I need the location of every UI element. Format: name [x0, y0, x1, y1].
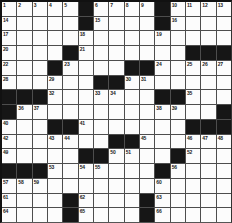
cell-r8-c4[interactable]	[48, 105, 62, 119]
cell-r13-c11[interactable]: 60	[155, 179, 169, 193]
cell-r3-c1[interactable]: 17	[2, 31, 16, 45]
clue-number-21: 21	[80, 46, 85, 52]
cell-r3-c4[interactable]	[48, 31, 62, 45]
cell-r3-c2[interactable]	[17, 31, 31, 45]
cell-r11-c5[interactable]	[63, 149, 77, 163]
cell-r2-c9[interactable]	[125, 17, 139, 31]
clue-number-20: 20	[3, 46, 8, 52]
clue-number-15: 15	[95, 17, 100, 23]
cell-r15-c11[interactable]: 66	[155, 208, 169, 222]
clue-number-63: 63	[156, 194, 161, 200]
cell-r7-c11	[155, 90, 169, 104]
cell-r9-c12[interactable]	[171, 120, 185, 134]
clue-number-48: 48	[218, 135, 223, 141]
cell-r8-c15	[217, 105, 231, 119]
cell-r11-c8[interactable]: 50	[109, 149, 123, 163]
cell-r10-c3[interactable]	[33, 135, 47, 149]
cell-r10-c13[interactable]: 46	[186, 135, 200, 149]
cell-r3-c13[interactable]	[186, 31, 200, 45]
clue-number-61: 61	[3, 194, 8, 200]
clue-number-14: 14	[3, 17, 8, 23]
cell-r2-c2[interactable]	[17, 17, 31, 31]
cell-r15-c3[interactable]	[33, 208, 47, 222]
cell-r1-c7[interactable]: 6	[94, 2, 108, 16]
cell-r5-c1[interactable]: 22	[2, 61, 16, 75]
clue-number-62: 62	[80, 194, 85, 200]
cell-r15-c2[interactable]	[17, 208, 31, 222]
clue-number-32: 32	[49, 90, 54, 96]
clue-number-27: 27	[218, 61, 223, 67]
cell-r3-c15[interactable]	[217, 31, 231, 45]
cell-r12-c11	[155, 164, 169, 178]
cell-r13-c13[interactable]	[186, 179, 200, 193]
cell-r7-c3	[33, 90, 47, 104]
cell-r5-c15[interactable]: 27	[217, 61, 231, 75]
cell-r7-c10[interactable]	[140, 90, 154, 104]
cell-r12-c2	[17, 164, 31, 178]
cell-r14-c1[interactable]: 61	[2, 194, 16, 208]
cell-r12-c3	[33, 164, 47, 178]
cell-r7-c12	[171, 90, 185, 104]
cell-r5-c4	[48, 61, 62, 75]
cell-r8-c10[interactable]	[140, 105, 154, 119]
clue-number-5: 5	[64, 2, 67, 8]
cell-r15-c15[interactable]	[217, 208, 231, 222]
clue-number-12: 12	[202, 2, 207, 8]
cell-r5-c9	[125, 61, 139, 75]
cell-r7-c5[interactable]	[63, 90, 77, 104]
clue-number-38: 38	[156, 105, 161, 111]
cell-r6-c8	[109, 76, 123, 90]
cell-r5-c14[interactable]: 26	[201, 61, 215, 75]
clue-number-24: 24	[156, 61, 161, 67]
clue-number-54: 54	[80, 164, 85, 170]
cell-r12-c6[interactable]: 54	[79, 164, 93, 178]
clue-number-18: 18	[80, 31, 85, 37]
cell-r8-c9[interactable]	[125, 105, 139, 119]
cell-r10-c11[interactable]	[155, 135, 169, 149]
cell-r13-c14[interactable]	[201, 179, 215, 193]
cell-r9-c6[interactable]: 41	[79, 120, 93, 134]
cell-r1-c5[interactable]: 5	[63, 2, 77, 16]
clue-number-30: 30	[126, 76, 131, 82]
cell-r2-c4[interactable]	[48, 17, 62, 31]
cell-r8-c1	[2, 105, 16, 119]
clue-number-47: 47	[202, 135, 207, 141]
cell-r6-c7	[94, 76, 108, 90]
clue-number-35: 35	[187, 90, 192, 96]
cell-r11-c12	[171, 149, 185, 163]
cell-r1-c12[interactable]: 10	[171, 2, 185, 16]
cell-r5-c10	[140, 61, 154, 75]
cell-r4-c1[interactable]: 20	[2, 46, 16, 60]
cell-r12-c15[interactable]	[217, 164, 231, 178]
cell-r2-c8[interactable]	[109, 17, 123, 31]
clue-number-57: 57	[3, 179, 8, 185]
cell-r4-c10[interactable]	[140, 46, 154, 60]
cell-r11-c9[interactable]: 51	[125, 149, 139, 163]
cell-r4-c15	[217, 46, 231, 60]
cell-r5-c12[interactable]	[171, 61, 185, 75]
cell-r5-c3[interactable]	[33, 61, 47, 75]
cell-r7-c9[interactable]	[125, 90, 139, 104]
cell-r12-c4[interactable]: 53	[48, 164, 62, 178]
cell-r6-c14[interactable]	[201, 76, 215, 90]
cell-r7-c13[interactable]: 35	[186, 90, 200, 104]
cell-r12-c5[interactable]	[63, 164, 77, 178]
cell-r2-c1[interactable]: 14	[2, 17, 16, 31]
clue-number-1: 1	[3, 2, 6, 8]
clue-number-26: 26	[202, 61, 207, 67]
cell-r3-c8[interactable]	[109, 31, 123, 45]
crossword-grid: 1234567891011121314151617181920212223242…	[0, 0, 232, 223]
cell-r2-c12[interactable]: 16	[171, 17, 185, 31]
cell-r11-c6	[79, 149, 93, 163]
cell-r3-c5[interactable]	[63, 31, 77, 45]
cell-r15-c4[interactable]	[48, 208, 62, 222]
cell-r13-c3[interactable]: 59	[33, 179, 47, 193]
cell-r8-c6[interactable]	[79, 105, 93, 119]
cell-r3-c10[interactable]	[140, 31, 154, 45]
cell-r7-c15[interactable]	[217, 90, 231, 104]
cell-r14-c7[interactable]	[94, 194, 108, 208]
cell-r9-c14	[201, 120, 215, 134]
cell-r7-c1	[2, 90, 16, 104]
cell-r4-c5	[63, 46, 77, 60]
clue-number-10: 10	[172, 2, 177, 8]
cell-r6-c4[interactable]: 29	[48, 76, 62, 90]
clue-number-46: 46	[187, 135, 192, 141]
cell-r6-c11[interactable]	[155, 76, 169, 90]
cell-r13-c6[interactable]	[79, 179, 93, 193]
cell-r13-c10[interactable]	[140, 179, 154, 193]
clue-number-40: 40	[3, 120, 8, 126]
cell-r6-c2[interactable]	[17, 76, 31, 90]
cell-r14-c2[interactable]	[17, 194, 31, 208]
cell-r9-c9[interactable]	[125, 120, 139, 134]
cell-r5-c2[interactable]	[17, 61, 31, 75]
cell-r9-c1[interactable]: 40	[2, 120, 16, 134]
cell-r13-c5[interactable]	[63, 179, 77, 193]
cell-r10-c2[interactable]	[17, 135, 31, 149]
cell-r2-c11	[155, 17, 169, 31]
cell-r6-c12[interactable]	[171, 76, 185, 90]
cell-r14-c15[interactable]	[217, 194, 231, 208]
cell-r1-c9[interactable]: 8	[125, 2, 139, 16]
cell-r4-c13	[186, 46, 200, 60]
cell-r5-c8[interactable]	[109, 61, 123, 75]
cell-r13-c12[interactable]	[171, 179, 185, 193]
cell-r10-c7[interactable]	[94, 135, 108, 149]
clue-number-66: 66	[156, 208, 161, 214]
cell-r1-c13[interactable]: 11	[186, 2, 200, 16]
cell-r8-c2[interactable]: 36	[17, 105, 31, 119]
cell-r12-c8[interactable]	[109, 164, 123, 178]
cell-r11-c13[interactable]: 52	[186, 149, 200, 163]
cell-r3-c7[interactable]	[94, 31, 108, 45]
cell-r6-c5[interactable]	[63, 76, 77, 90]
clue-number-19: 19	[156, 31, 161, 37]
cell-r14-c8[interactable]	[109, 194, 123, 208]
cell-r15-c8[interactable]	[109, 208, 123, 222]
clue-number-52: 52	[187, 149, 192, 155]
cell-r7-c8[interactable]: 34	[109, 90, 123, 104]
clue-number-9: 9	[141, 2, 144, 8]
clue-number-43: 43	[49, 135, 54, 141]
cell-r6-c3[interactable]	[33, 76, 47, 90]
cell-r15-c10	[140, 208, 154, 222]
cell-r4-c6[interactable]: 21	[79, 46, 93, 60]
clue-number-64: 64	[3, 208, 8, 214]
cell-r15-c1[interactable]: 64	[2, 208, 16, 222]
cell-r8-c11[interactable]: 38	[155, 105, 169, 119]
cell-r5-c13[interactable]: 25	[186, 61, 200, 75]
cell-r15-c7[interactable]	[94, 208, 108, 222]
cell-r3-c3[interactable]	[33, 31, 47, 45]
cell-r9-c15	[217, 120, 231, 134]
clue-number-11: 11	[187, 2, 192, 8]
cell-r2-c15[interactable]	[217, 17, 231, 31]
cell-r6-c15[interactable]	[217, 76, 231, 90]
cell-r1-c3[interactable]: 3	[33, 2, 47, 16]
cell-r4-c11[interactable]	[155, 46, 169, 60]
cell-r10-c8	[109, 135, 123, 149]
cell-r8-c5[interactable]	[63, 105, 77, 119]
clue-number-23: 23	[64, 61, 69, 67]
cell-r1-c2[interactable]: 2	[17, 2, 31, 16]
cell-r14-c6[interactable]: 62	[79, 194, 93, 208]
cell-r12-c7[interactable]: 55	[94, 164, 108, 178]
cell-r2-c7[interactable]: 15	[94, 17, 108, 31]
cell-r4-c12[interactable]	[171, 46, 185, 60]
cell-r6-c10[interactable]: 31	[140, 76, 154, 90]
cell-r14-c12[interactable]	[171, 194, 185, 208]
clue-number-22: 22	[3, 61, 8, 67]
clue-number-31: 31	[141, 76, 146, 82]
cell-r7-c7[interactable]: 33	[94, 90, 108, 104]
cell-r8-c8[interactable]	[109, 105, 123, 119]
cell-r10-c6[interactable]	[79, 135, 93, 149]
cell-r10-c5[interactable]: 44	[63, 135, 77, 149]
cell-r6-c6[interactable]	[79, 76, 93, 90]
clue-number-6: 6	[95, 2, 98, 8]
clue-number-2: 2	[18, 2, 21, 8]
clue-number-49: 49	[3, 149, 8, 155]
cell-r1-c4[interactable]: 4	[48, 2, 62, 16]
clue-number-36: 36	[18, 105, 23, 111]
cell-r11-c2[interactable]	[17, 149, 31, 163]
clue-number-51: 51	[126, 149, 131, 155]
cell-r11-c7	[94, 149, 108, 163]
cell-r8-c3[interactable]: 37	[33, 105, 47, 119]
cell-r1-c1[interactable]: 1	[2, 2, 16, 16]
cell-r7-c14[interactable]	[201, 90, 215, 104]
cell-r11-c15[interactable]	[217, 149, 231, 163]
cell-r10-c14[interactable]: 47	[201, 135, 215, 149]
cell-r12-c12[interactable]: 56	[171, 164, 185, 178]
clue-number-44: 44	[64, 135, 69, 141]
cell-r2-c3[interactable]	[33, 17, 47, 31]
cell-r9-c5	[63, 120, 77, 134]
cell-r15-c13[interactable]	[186, 208, 200, 222]
cell-r2-c14[interactable]	[201, 17, 215, 31]
cell-r13-c2[interactable]: 58	[17, 179, 31, 193]
cell-r10-c9	[125, 135, 139, 149]
cell-r15-c9[interactable]	[125, 208, 139, 222]
cell-r12-c1	[2, 164, 16, 178]
clue-number-42: 42	[3, 135, 8, 141]
clue-number-3: 3	[34, 2, 37, 8]
cell-r2-c6	[79, 17, 93, 31]
clue-number-13: 13	[218, 2, 223, 8]
cell-r7-c4[interactable]: 32	[48, 90, 62, 104]
clue-number-55: 55	[95, 164, 100, 170]
clue-number-56: 56	[172, 164, 177, 170]
cell-r14-c13[interactable]	[186, 194, 200, 208]
cell-r13-c8[interactable]	[109, 179, 123, 193]
cell-r7-c2	[17, 90, 31, 104]
clue-number-53: 53	[49, 164, 54, 170]
cell-r9-c3[interactable]	[33, 120, 47, 134]
cell-r15-c14[interactable]	[201, 208, 215, 222]
clue-number-58: 58	[18, 179, 23, 185]
cell-r12-c14[interactable]	[201, 164, 215, 178]
cell-r6-c1[interactable]: 28	[2, 76, 16, 90]
cell-r5-c5[interactable]: 23	[63, 61, 77, 75]
clue-number-65: 65	[80, 208, 85, 214]
cell-r9-c4	[48, 120, 62, 134]
cell-r3-c12[interactable]	[171, 31, 185, 45]
cell-r11-c10[interactable]	[140, 149, 154, 163]
cell-r9-c8[interactable]	[109, 120, 123, 134]
cell-r9-c7[interactable]	[94, 120, 108, 134]
cell-r14-c3[interactable]	[33, 194, 47, 208]
cell-r10-c10[interactable]: 45	[140, 135, 154, 149]
cell-r14-c5	[63, 194, 77, 208]
clue-number-50: 50	[110, 149, 115, 155]
clue-number-4: 4	[49, 2, 52, 8]
clue-number-37: 37	[34, 105, 39, 111]
cell-r3-c9[interactable]	[125, 31, 139, 45]
cell-r11-c14[interactable]	[201, 149, 215, 163]
cell-r4-c4[interactable]	[48, 46, 62, 60]
cell-r15-c12[interactable]	[171, 208, 185, 222]
cell-r13-c4[interactable]	[48, 179, 62, 193]
clue-number-28: 28	[3, 76, 8, 82]
cell-r13-c15[interactable]	[217, 179, 231, 193]
cell-r1-c14[interactable]: 12	[201, 2, 215, 16]
cell-r2-c5[interactable]	[63, 17, 77, 31]
cell-r15-c6[interactable]: 65	[79, 208, 93, 222]
clue-number-59: 59	[34, 179, 39, 185]
cell-r10-c15[interactable]: 48	[217, 135, 231, 149]
cell-r13-c7[interactable]	[94, 179, 108, 193]
cell-r1-c15[interactable]: 13	[217, 2, 231, 16]
cell-r12-c10[interactable]	[140, 164, 154, 178]
cell-r5-c7[interactable]	[94, 61, 108, 75]
clue-number-17: 17	[3, 31, 8, 37]
cell-r4-c9[interactable]	[125, 46, 139, 60]
cell-r10-c12[interactable]	[171, 135, 185, 149]
cell-r1-c6	[79, 2, 93, 16]
cell-r8-c14[interactable]	[201, 105, 215, 119]
cell-r5-c6[interactable]	[79, 61, 93, 75]
cell-r3-c6[interactable]: 18	[79, 31, 93, 45]
cell-r6-c9[interactable]: 30	[125, 76, 139, 90]
cell-r12-c13[interactable]	[186, 164, 200, 178]
clue-number-25: 25	[187, 61, 192, 67]
cell-r1-c8[interactable]: 7	[109, 2, 123, 16]
clue-number-8: 8	[126, 2, 129, 8]
clue-number-60: 60	[156, 179, 161, 185]
clue-number-45: 45	[141, 135, 146, 141]
cell-r11-c3[interactable]	[33, 149, 47, 163]
cell-r9-c10[interactable]	[140, 120, 154, 134]
clue-number-16: 16	[172, 17, 177, 23]
cell-r8-c13[interactable]	[186, 105, 200, 119]
cell-r3-c11[interactable]: 19	[155, 31, 169, 45]
cell-r14-c4[interactable]	[48, 194, 62, 208]
cell-r4-c2[interactable]	[17, 46, 31, 60]
clue-number-33: 33	[95, 90, 100, 96]
cell-r1-c11	[155, 2, 169, 16]
clue-number-29: 29	[49, 76, 54, 82]
cell-r8-c7[interactable]	[94, 105, 108, 119]
cell-r5-c11[interactable]: 24	[155, 61, 169, 75]
clue-number-34: 34	[110, 90, 115, 96]
cell-r8-c12[interactable]: 39	[171, 105, 185, 119]
cell-r1-c10[interactable]: 9	[140, 2, 154, 16]
cell-r2-c13[interactable]	[186, 17, 200, 31]
cell-r14-c14[interactable]	[201, 194, 215, 208]
cell-r4-c3[interactable]	[33, 46, 47, 60]
cell-r9-c11[interactable]	[155, 120, 169, 134]
cell-r10-c4[interactable]: 43	[48, 135, 62, 149]
cell-r3-c14[interactable]	[201, 31, 215, 45]
cell-r9-c13	[186, 120, 200, 134]
clue-number-7: 7	[110, 2, 113, 8]
cell-r13-c9[interactable]	[125, 179, 139, 193]
cell-r14-c11[interactable]: 63	[155, 194, 169, 208]
cell-r13-c1[interactable]: 57	[2, 179, 16, 193]
cell-r2-c10[interactable]	[140, 17, 154, 31]
cell-r12-c9[interactable]	[125, 164, 139, 178]
cell-r10-c1[interactable]: 42	[2, 135, 16, 149]
cell-r14-c9[interactable]	[125, 194, 139, 208]
cell-r4-c8[interactable]	[109, 46, 123, 60]
cell-r9-c2[interactable]	[17, 120, 31, 134]
cell-r4-c7[interactable]	[94, 46, 108, 60]
cell-r11-c1[interactable]: 49	[2, 149, 16, 163]
cell-r4-c14	[201, 46, 215, 60]
cell-r15-c5	[63, 208, 77, 222]
cell-r7-c6[interactable]	[79, 90, 93, 104]
cell-r11-c4[interactable]	[48, 149, 62, 163]
clue-number-39: 39	[172, 105, 177, 111]
clue-number-41: 41	[80, 120, 85, 126]
cell-r6-c13[interactable]	[186, 76, 200, 90]
cell-r14-c10	[140, 194, 154, 208]
cell-r11-c11[interactable]	[155, 149, 169, 163]
